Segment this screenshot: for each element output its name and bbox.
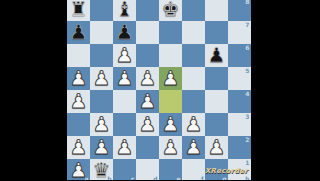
- square-e5[interactable]: ♟: [159, 67, 182, 90]
- square-a2[interactable]: ♟: [67, 136, 90, 159]
- rank-label-7: 7: [245, 22, 249, 28]
- white-piece-P-g2[interactable]: ♟: [205, 136, 228, 159]
- square-h6[interactable]: 6: [228, 44, 251, 67]
- square-d3[interactable]: ♟: [136, 113, 159, 136]
- file-label-a: a: [84, 176, 88, 181]
- square-b3[interactable]: ♟: [90, 113, 113, 136]
- square-c8[interactable]: ♝: [113, 0, 136, 21]
- square-h3[interactable]: 3: [228, 113, 251, 136]
- square-e2[interactable]: ♟: [159, 136, 182, 159]
- white-piece-P-a2[interactable]: ♟: [67, 136, 90, 159]
- square-f3[interactable]: ♟: [182, 113, 205, 136]
- file-label-d: d: [153, 176, 157, 181]
- white-piece-P-d5[interactable]: ♟: [136, 67, 159, 90]
- square-b5[interactable]: ♟: [90, 67, 113, 90]
- square-h4[interactable]: 4: [228, 90, 251, 113]
- square-e1[interactable]: e: [159, 159, 182, 180]
- square-c6[interactable]: ♟: [113, 44, 136, 67]
- square-g6[interactable]: ♟: [205, 44, 228, 67]
- white-piece-P-c2[interactable]: ♟: [113, 136, 136, 159]
- square-a7[interactable]: ♟: [67, 21, 90, 44]
- file-label-c: c: [131, 176, 135, 181]
- rank-label-2: 2: [245, 137, 249, 143]
- white-piece-P-e5[interactable]: ♟: [159, 67, 182, 90]
- rank-label-5: 5: [245, 68, 249, 74]
- white-piece-P-b3[interactable]: ♟: [90, 113, 113, 136]
- square-d2[interactable]: [136, 136, 159, 159]
- square-g3[interactable]: [205, 113, 228, 136]
- letterbox-left: [0, 0, 67, 180]
- square-c1[interactable]: c: [113, 159, 136, 180]
- square-b6[interactable]: [90, 44, 113, 67]
- square-a5[interactable]: ♟: [67, 67, 90, 90]
- square-d4[interactable]: ♟: [136, 90, 159, 113]
- letterbox-right: [251, 0, 320, 180]
- square-b1[interactable]: ♛b: [90, 159, 113, 180]
- rank-label-4: 4: [245, 91, 249, 97]
- square-f7[interactable]: [182, 21, 205, 44]
- square-c3[interactable]: [113, 113, 136, 136]
- square-g5[interactable]: [205, 67, 228, 90]
- square-g7[interactable]: [205, 21, 228, 44]
- file-label-h: h: [245, 176, 249, 181]
- xrecorder-watermark: XRecorder: [205, 167, 248, 175]
- square-e4[interactable]: [159, 90, 182, 113]
- video-frame: ♜♝♚8♟♟7♟♟6♟♟♟♟♟5♟♟4♟♟♟♟3♟♟♟♟♟♟2♟a♛bcdefg…: [0, 0, 320, 180]
- white-piece-P-d3[interactable]: ♟: [136, 113, 159, 136]
- white-piece-P-e2[interactable]: ♟: [159, 136, 182, 159]
- square-e3[interactable]: ♟: [159, 113, 182, 136]
- square-d8[interactable]: [136, 0, 159, 21]
- square-a1[interactable]: ♟a: [67, 159, 90, 180]
- rank-label-3: 3: [245, 114, 249, 120]
- square-d7[interactable]: [136, 21, 159, 44]
- square-a8[interactable]: ♜: [67, 0, 90, 21]
- rank-label-6: 6: [245, 45, 249, 51]
- square-c7[interactable]: ♟: [113, 21, 136, 44]
- square-e7[interactable]: [159, 21, 182, 44]
- square-f6[interactable]: [182, 44, 205, 67]
- square-f4[interactable]: [182, 90, 205, 113]
- file-label-g: g: [222, 176, 226, 181]
- white-piece-P-a4[interactable]: ♟: [67, 90, 90, 113]
- square-f1[interactable]: f: [182, 159, 205, 180]
- square-e8[interactable]: ♚: [159, 0, 182, 21]
- square-c5[interactable]: ♟: [113, 67, 136, 90]
- white-piece-P-e3[interactable]: ♟: [159, 113, 182, 136]
- chess-board[interactable]: ♜♝♚8♟♟7♟♟6♟♟♟♟♟5♟♟4♟♟♟♟3♟♟♟♟♟♟2♟a♛bcdefg…: [67, 0, 251, 180]
- black-piece-P-a7[interactable]: ♟: [67, 21, 90, 44]
- white-piece-P-a5[interactable]: ♟: [67, 67, 90, 90]
- square-a3[interactable]: [67, 113, 90, 136]
- file-label-b: b: [107, 176, 111, 181]
- square-h5[interactable]: 5: [228, 67, 251, 90]
- square-e6[interactable]: [159, 44, 182, 67]
- square-a6[interactable]: [67, 44, 90, 67]
- rank-label-8: 8: [245, 0, 249, 5]
- black-piece-P-g6[interactable]: ♟: [205, 44, 228, 67]
- square-b8[interactable]: [90, 0, 113, 21]
- white-piece-P-c5[interactable]: ♟: [113, 67, 136, 90]
- square-a4[interactable]: ♟: [67, 90, 90, 113]
- white-piece-P-d4[interactable]: ♟: [136, 90, 159, 113]
- white-piece-P-b2[interactable]: ♟: [90, 136, 113, 159]
- black-piece-B-c8[interactable]: ♝: [113, 0, 136, 21]
- square-b7[interactable]: [90, 21, 113, 44]
- square-c2[interactable]: ♟: [113, 136, 136, 159]
- square-g4[interactable]: [205, 90, 228, 113]
- square-d6[interactable]: [136, 44, 159, 67]
- rank-label-1: 1: [245, 160, 249, 166]
- square-c4[interactable]: [113, 90, 136, 113]
- square-f2[interactable]: ♟: [182, 136, 205, 159]
- black-piece-R-a8[interactable]: ♜: [67, 0, 90, 21]
- black-piece-K-e8[interactable]: ♚: [159, 0, 182, 21]
- square-b4[interactable]: [90, 90, 113, 113]
- file-label-e: e: [176, 176, 180, 181]
- square-g2[interactable]: ♟: [205, 136, 228, 159]
- square-f5[interactable]: [182, 67, 205, 90]
- square-f8[interactable]: [182, 0, 205, 21]
- square-h7[interactable]: 7: [228, 21, 251, 44]
- white-piece-P-f3[interactable]: ♟: [182, 113, 205, 136]
- square-b2[interactable]: ♟: [90, 136, 113, 159]
- square-g8[interactable]: [205, 0, 228, 21]
- white-piece-P-f2[interactable]: ♟: [182, 136, 205, 159]
- white-piece-P-c6[interactable]: ♟: [113, 44, 136, 67]
- square-d5[interactable]: ♟: [136, 67, 159, 90]
- white-piece-P-b5[interactable]: ♟: [90, 67, 113, 90]
- black-piece-P-c7[interactable]: ♟: [113, 21, 136, 44]
- square-d1[interactable]: d: [136, 159, 159, 180]
- file-label-f: f: [201, 176, 204, 181]
- square-h8[interactable]: 8: [228, 0, 251, 21]
- square-h2[interactable]: 2: [228, 136, 251, 159]
